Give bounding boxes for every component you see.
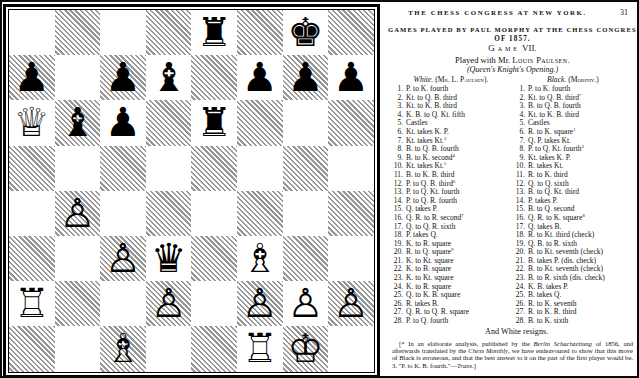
piece-white-pawn: ♙ bbox=[151, 281, 187, 326]
opening-name: (Queen's Knight's Opening.) bbox=[388, 65, 637, 74]
square-e5 bbox=[191, 146, 237, 191]
square-c1: ♗ bbox=[100, 326, 146, 371]
white-column-header: White. (Mr. L. Paulsen). bbox=[388, 75, 514, 84]
square-h3 bbox=[328, 236, 374, 281]
square-g4 bbox=[283, 191, 329, 236]
footnote-marker: 6 bbox=[453, 178, 455, 183]
move-list: 1.P. to K. fourth1.P. to K. fourth2.Kt. … bbox=[388, 85, 637, 326]
square-g8: ♚ bbox=[283, 10, 329, 55]
piece-black-pawn: ♟ bbox=[287, 55, 323, 100]
square-f6 bbox=[237, 100, 283, 145]
game-title-word: Game bbox=[488, 43, 520, 53]
piece-white-pawn: ♙ bbox=[105, 236, 141, 281]
square-f8 bbox=[237, 10, 283, 55]
white-move: P. to Q. fourth bbox=[403, 317, 510, 326]
square-a5 bbox=[9, 146, 55, 191]
square-d5 bbox=[146, 146, 192, 191]
square-h2: ♙ bbox=[328, 281, 374, 326]
piece-black-king: ♚ bbox=[287, 10, 323, 55]
black-column-header: Black. (Morphy.) bbox=[514, 75, 632, 84]
square-c4 bbox=[100, 191, 146, 236]
square-b7 bbox=[55, 55, 101, 100]
black-label: Black. bbox=[547, 75, 566, 84]
square-c2 bbox=[100, 281, 146, 326]
piece-white-rook: ♖ bbox=[242, 326, 278, 371]
footnote-text: [* In an elaborate analysis, published b… bbox=[399, 340, 534, 347]
square-d7: ♝ bbox=[146, 55, 192, 100]
square-h6 bbox=[328, 100, 374, 145]
square-h7: ♟ bbox=[328, 55, 374, 100]
square-b4: ♙ bbox=[55, 191, 101, 236]
footnote-marker: 2 bbox=[444, 135, 446, 140]
square-a4 bbox=[9, 191, 55, 236]
square-e4 bbox=[191, 191, 237, 236]
translator-footnote: [* In an elaborate analysis, published b… bbox=[392, 340, 633, 369]
square-f2: ♙ bbox=[237, 281, 283, 326]
piece-white-pawn: ♙ bbox=[333, 281, 369, 326]
square-h1 bbox=[328, 326, 374, 371]
square-f4 bbox=[237, 191, 283, 236]
square-d1 bbox=[146, 326, 192, 371]
piece-white-queen: ♕ bbox=[14, 100, 50, 145]
square-h4 bbox=[328, 191, 374, 236]
footnote-italic-text: Chess Monthly bbox=[468, 347, 508, 354]
piece-black-bishop: ♝ bbox=[151, 55, 187, 100]
square-d8 bbox=[146, 10, 192, 55]
piece-black-pawn: ♟ bbox=[242, 55, 278, 100]
square-g5 bbox=[283, 146, 329, 191]
footnote-marker: 3 bbox=[582, 144, 584, 149]
square-e7 bbox=[191, 55, 237, 100]
piece-white-bishop: ♗ bbox=[242, 236, 278, 281]
square-c8 bbox=[100, 10, 146, 55]
chess-board-frame: ♜♚♟♟♝♟♟♟♕♝♟♜♙♙♛♗♖♙♙♙♙♗♖♔ bbox=[8, 9, 375, 373]
square-b6: ♝ bbox=[55, 100, 101, 145]
piece-white-pawn: ♙ bbox=[59, 191, 95, 236]
game-subtitle: Played with Mr. Louis Paulsen. bbox=[388, 55, 637, 65]
piece-white-king: ♔ bbox=[287, 326, 323, 371]
book-page: THE CHESS CONGRESS AT NEW YORK. 31 GAMES… bbox=[388, 2, 637, 376]
column-headers: White. (Mr. L. Paulsen). Black. (Morphy.… bbox=[388, 75, 637, 84]
square-b3 bbox=[55, 236, 101, 281]
square-b1 bbox=[55, 326, 101, 371]
footnote-text: ] bbox=[474, 362, 476, 369]
black-move-number: 28. bbox=[510, 317, 525, 326]
piece-black-pawn: ♟ bbox=[333, 55, 369, 100]
white-label: White. bbox=[414, 75, 434, 84]
black-move: B. to K. sixth bbox=[525, 317, 568, 326]
square-c6: ♟ bbox=[100, 100, 146, 145]
square-c7: ♟ bbox=[100, 55, 146, 100]
square-g6 bbox=[283, 100, 329, 145]
game-result: And White resigns. bbox=[485, 327, 548, 336]
footnote-marker: * bbox=[579, 92, 581, 97]
square-e8: ♜ bbox=[191, 10, 237, 55]
subtitle-opponent-name: Louis Paulsen. bbox=[512, 55, 570, 65]
square-f1: ♖ bbox=[237, 326, 283, 371]
square-h8 bbox=[328, 10, 374, 55]
footnote-italic-text: Trans. bbox=[457, 362, 474, 369]
square-a8 bbox=[9, 10, 55, 55]
square-d2: ♙ bbox=[146, 281, 192, 326]
piece-white-pawn: ♙ bbox=[242, 281, 278, 326]
subtitle-prefix: Played with Mr. bbox=[455, 55, 512, 65]
piece-black-pawn: ♟ bbox=[105, 100, 141, 145]
footnote-marker: 7 bbox=[461, 212, 463, 217]
square-a3 bbox=[9, 236, 55, 281]
piece-black-pawn: ♟ bbox=[105, 55, 141, 100]
square-g2: ♙ bbox=[283, 281, 329, 326]
square-d4 bbox=[146, 191, 192, 236]
footnote-marker: 9 bbox=[451, 247, 453, 252]
white-player-name: (Mr. L. Paulsen). bbox=[435, 75, 488, 84]
section-heading-line2: OF 1857. bbox=[388, 35, 637, 43]
piece-black-rook: ♜ bbox=[196, 10, 232, 55]
square-b8 bbox=[55, 10, 101, 55]
piece-black-rook: ♜ bbox=[196, 100, 232, 145]
square-c5 bbox=[100, 146, 146, 191]
square-a6: ♕ bbox=[9, 100, 55, 145]
piece-black-pawn: ♟ bbox=[14, 55, 50, 100]
square-e3 bbox=[191, 236, 237, 281]
page-number: 31 bbox=[620, 8, 628, 17]
footnote-marker: 4 bbox=[452, 152, 454, 157]
square-g1: ♔ bbox=[283, 326, 329, 371]
section-heading-line1: GAMES PLAYED BY PAUL MORPHY AT THE CHESS… bbox=[388, 26, 637, 33]
square-a2: ♖ bbox=[9, 281, 55, 326]
running-head: THE CHESS CONGRESS AT NEW YORK. bbox=[388, 9, 637, 16]
game-title-number: VII. bbox=[522, 43, 537, 53]
square-f7: ♟ bbox=[237, 55, 283, 100]
piece-black-queen: ♛ bbox=[151, 236, 187, 281]
square-d6 bbox=[146, 100, 192, 145]
square-e6: ♜ bbox=[191, 100, 237, 145]
square-h5 bbox=[328, 146, 374, 191]
square-f3: ♗ bbox=[237, 236, 283, 281]
footnote-marker: 5 bbox=[444, 161, 446, 166]
square-a7: ♟ bbox=[9, 55, 55, 100]
move-row: 28.P. to Q. fourth28.B. to K. sixth bbox=[388, 317, 637, 326]
black-player-name: (Morphy.) bbox=[568, 75, 599, 84]
square-b5 bbox=[55, 146, 101, 191]
white-move-number: 28. bbox=[388, 317, 403, 326]
footnote-marker: 1 bbox=[573, 126, 575, 131]
square-b2 bbox=[55, 281, 101, 326]
square-g7: ♟ bbox=[283, 55, 329, 100]
square-e1 bbox=[191, 326, 237, 371]
square-d3: ♛ bbox=[146, 236, 192, 281]
square-f5 bbox=[237, 146, 283, 191]
chess-board: ♜♚♟♟♝♟♟♟♕♝♟♜♙♙♛♗♖♙♙♙♙♗♖♔ bbox=[9, 10, 374, 372]
square-c3: ♙ bbox=[100, 236, 146, 281]
footnote-italic-text: Berlin Schachzeitung bbox=[534, 340, 592, 347]
book-page-scan: ♜♚♟♟♝♟♟♟♕♝♟♜♙♙♛♗♖♙♙♙♙♗♖♔ THE CHESS CONGR… bbox=[0, 0, 639, 378]
game-title: Game VII. bbox=[388, 43, 637, 53]
piece-white-pawn: ♙ bbox=[287, 281, 323, 326]
square-g3 bbox=[283, 236, 329, 281]
square-e2 bbox=[191, 281, 237, 326]
footnote-marker: 8 bbox=[582, 212, 584, 217]
piece-white-rook: ♖ bbox=[14, 281, 50, 326]
square-a1 bbox=[9, 326, 55, 371]
piece-white-bishop: ♗ bbox=[105, 326, 141, 371]
piece-black-bishop: ♝ bbox=[59, 100, 95, 145]
